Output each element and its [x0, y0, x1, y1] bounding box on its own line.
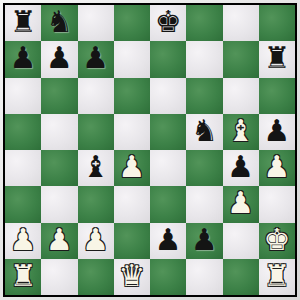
square-f1[interactable] — [186, 259, 222, 295]
square-a4[interactable] — [5, 150, 41, 186]
square-b1[interactable] — [41, 259, 77, 295]
square-f8[interactable] — [186, 5, 222, 41]
square-a2[interactable]: ♟ — [5, 223, 41, 259]
square-d2[interactable] — [114, 223, 150, 259]
square-h4[interactable]: ♟ — [259, 150, 295, 186]
piece-white-pawn[interactable]: ♟ — [227, 186, 254, 221]
piece-white-king[interactable]: ♚ — [263, 223, 290, 258]
piece-black-pawn[interactable]: ♟ — [191, 223, 218, 258]
piece-black-king[interactable]: ♚ — [155, 5, 182, 40]
piece-black-pawn[interactable]: ♟ — [227, 150, 254, 185]
piece-white-pawn[interactable]: ♟ — [82, 223, 109, 258]
piece-white-pawn[interactable]: ♟ — [118, 150, 145, 185]
square-g2[interactable] — [223, 223, 259, 259]
square-h6[interactable] — [259, 78, 295, 114]
square-h1[interactable]: ♜ — [259, 259, 295, 295]
square-e1[interactable] — [150, 259, 186, 295]
square-h7[interactable]: ♜ — [259, 41, 295, 77]
square-b7[interactable]: ♟ — [41, 41, 77, 77]
square-e5[interactable] — [150, 114, 186, 150]
square-f2[interactable]: ♟ — [186, 223, 222, 259]
square-e3[interactable] — [150, 186, 186, 222]
square-a7[interactable]: ♟ — [5, 41, 41, 77]
square-h3[interactable] — [259, 186, 295, 222]
piece-black-bishop[interactable]: ♝ — [82, 150, 109, 185]
square-e4[interactable] — [150, 150, 186, 186]
square-b4[interactable] — [41, 150, 77, 186]
square-a6[interactable] — [5, 78, 41, 114]
square-f7[interactable] — [186, 41, 222, 77]
square-b2[interactable]: ♟ — [41, 223, 77, 259]
piece-black-rook[interactable]: ♜ — [10, 5, 37, 40]
square-b6[interactable] — [41, 78, 77, 114]
square-c5[interactable] — [78, 114, 114, 150]
square-b8[interactable]: ♞ — [41, 5, 77, 41]
square-g8[interactable] — [223, 5, 259, 41]
piece-white-pawn[interactable]: ♟ — [46, 223, 73, 258]
square-g6[interactable] — [223, 78, 259, 114]
square-b5[interactable] — [41, 114, 77, 150]
square-g4[interactable]: ♟ — [223, 150, 259, 186]
square-f5[interactable]: ♞ — [186, 114, 222, 150]
square-c4[interactable]: ♝ — [78, 150, 114, 186]
piece-black-pawn[interactable]: ♟ — [82, 41, 109, 76]
piece-black-pawn[interactable]: ♟ — [263, 114, 290, 149]
square-a1[interactable]: ♜ — [5, 259, 41, 295]
piece-black-pawn[interactable]: ♟ — [10, 41, 37, 76]
piece-black-pawn[interactable]: ♟ — [46, 41, 73, 76]
square-d3[interactable] — [114, 186, 150, 222]
piece-black-knight[interactable]: ♞ — [191, 114, 218, 149]
square-a3[interactable] — [5, 186, 41, 222]
piece-black-knight[interactable]: ♞ — [46, 5, 73, 40]
square-c3[interactable] — [78, 186, 114, 222]
chess-app-window: ♜♞♚♟♟♟♜♞♝♟♝♟♟♟♟♟♟♟♟♟♚♜♛♜ — [0, 0, 300, 300]
square-e2[interactable]: ♟ — [150, 223, 186, 259]
square-c6[interactable] — [78, 78, 114, 114]
square-d1[interactable]: ♛ — [114, 259, 150, 295]
square-c1[interactable] — [78, 259, 114, 295]
square-f3[interactable] — [186, 186, 222, 222]
piece-black-pawn[interactable]: ♟ — [155, 223, 182, 258]
square-b3[interactable] — [41, 186, 77, 222]
square-h8[interactable] — [259, 5, 295, 41]
square-g5[interactable]: ♝ — [223, 114, 259, 150]
chess-board: ♜♞♚♟♟♟♜♞♝♟♝♟♟♟♟♟♟♟♟♟♚♜♛♜ — [3, 3, 297, 297]
piece-white-bishop[interactable]: ♝ — [227, 114, 254, 149]
square-d7[interactable] — [114, 41, 150, 77]
piece-white-rook[interactable]: ♜ — [263, 259, 290, 294]
square-a8[interactable]: ♜ — [5, 5, 41, 41]
square-f4[interactable] — [186, 150, 222, 186]
square-d5[interactable] — [114, 114, 150, 150]
piece-white-pawn[interactable]: ♟ — [10, 223, 37, 258]
square-f6[interactable] — [186, 78, 222, 114]
piece-white-pawn[interactable]: ♟ — [263, 150, 290, 185]
square-g7[interactable] — [223, 41, 259, 77]
square-c8[interactable] — [78, 5, 114, 41]
square-d6[interactable] — [114, 78, 150, 114]
square-h2[interactable]: ♚ — [259, 223, 295, 259]
square-c7[interactable]: ♟ — [78, 41, 114, 77]
square-e8[interactable]: ♚ — [150, 5, 186, 41]
square-d4[interactable]: ♟ — [114, 150, 150, 186]
piece-white-rook[interactable]: ♜ — [10, 259, 37, 294]
square-d8[interactable] — [114, 5, 150, 41]
piece-black-rook[interactable]: ♜ — [263, 41, 290, 76]
square-e7[interactable] — [150, 41, 186, 77]
square-a5[interactable] — [5, 114, 41, 150]
square-c2[interactable]: ♟ — [78, 223, 114, 259]
piece-white-queen[interactable]: ♛ — [118, 259, 145, 294]
square-g3[interactable]: ♟ — [223, 186, 259, 222]
square-g1[interactable] — [223, 259, 259, 295]
square-e6[interactable] — [150, 78, 186, 114]
square-h5[interactable]: ♟ — [259, 114, 295, 150]
